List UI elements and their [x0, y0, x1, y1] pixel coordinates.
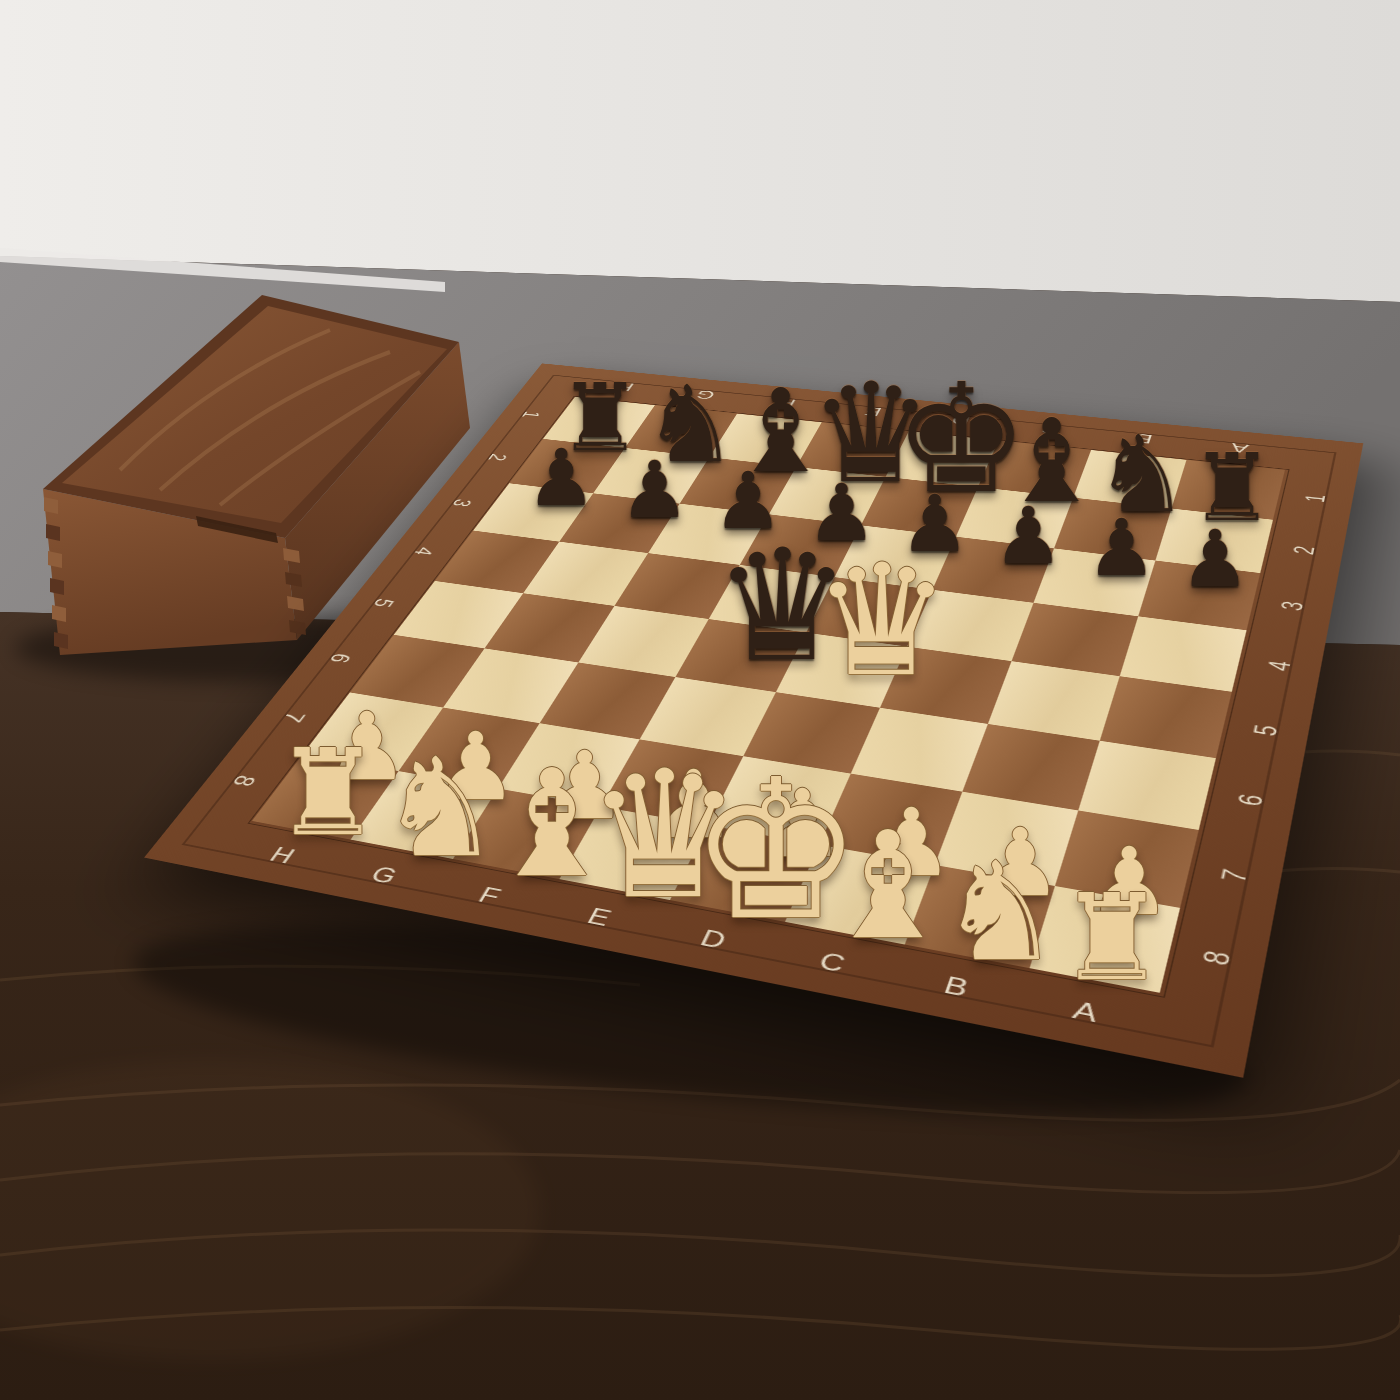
piece-black-pawn-h2[interactable]: ♟ — [526, 439, 596, 517]
piece-white-queen-d4[interactable]: ♛ — [813, 544, 951, 698]
piece-white-knight-g8[interactable]: ♞ — [379, 740, 501, 876]
piece-black-pawn-b2[interactable]: ♟ — [1086, 508, 1156, 586]
piece-white-rook-h8[interactable]: ♜ — [275, 733, 382, 852]
piece-black-pawn-g2[interactable]: ♟ — [619, 450, 689, 528]
piece-white-knight-b8[interactable]: ♞ — [939, 843, 1061, 979]
piece-white-rook-a8[interactable]: ♜ — [1059, 878, 1166, 997]
scene: HHGGFFEEDDCCBBAA1122334455667788 ♜♞♝♛♚♝♞… — [0, 0, 1400, 1400]
piece-white-bishop-c8[interactable]: ♝ — [822, 813, 954, 961]
pieces-layer: ♜♞♝♛♚♝♞♜♟♟♟♟♟♟♟♟♛♛♜♞♝♛♚♝♞♜♟♟♟♟♟♟♟♟ — [0, 0, 1400, 1400]
piece-black-pawn-c2[interactable]: ♟ — [993, 497, 1063, 575]
piece-black-pawn-a2[interactable]: ♟ — [1180, 520, 1250, 598]
